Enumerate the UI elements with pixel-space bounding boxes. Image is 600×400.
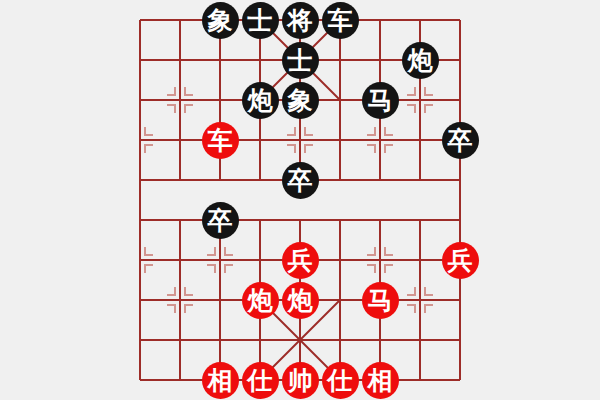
piece-black-general[interactable]: 将 [282, 2, 319, 39]
piece-red-chariot[interactable]: 车 [202, 122, 239, 159]
piece-red-advisor[interactable]: 仕 [242, 362, 279, 399]
piece-black-soldier[interactable]: 卒 [202, 202, 239, 239]
piece-black-cannon[interactable]: 炮 [242, 82, 279, 119]
piece-red-advisor[interactable]: 仕 [322, 362, 359, 399]
piece-red-elephant[interactable]: 相 [202, 362, 239, 399]
piece-red-cannon[interactable]: 炮 [242, 282, 279, 319]
piece-black-soldier[interactable]: 卒 [282, 162, 319, 199]
app-canvas: 象士将车士炮炮象马卒卒卒车兵兵炮炮马相仕帅仕相 [0, 0, 600, 400]
piece-black-horse[interactable]: 马 [362, 82, 399, 119]
piece-red-general[interactable]: 帅 [282, 362, 319, 399]
piece-red-elephant[interactable]: 相 [362, 362, 399, 399]
piece-red-soldier[interactable]: 兵 [282, 242, 319, 279]
piece-black-advisor[interactable]: 士 [282, 42, 319, 79]
piece-red-cannon[interactable]: 炮 [282, 282, 319, 319]
piece-black-soldier[interactable]: 卒 [442, 122, 479, 159]
piece-black-chariot[interactable]: 车 [322, 2, 359, 39]
piece-black-advisor[interactable]: 士 [242, 2, 279, 39]
piece-red-horse[interactable]: 马 [362, 282, 399, 319]
piece-black-cannon[interactable]: 炮 [402, 42, 439, 79]
pieces-layer: 象士将车士炮炮象马卒卒卒车兵兵炮炮马相仕帅仕相 [140, 20, 460, 380]
xiangqi-board[interactable]: 象士将车士炮炮象马卒卒卒车兵兵炮炮马相仕帅仕相 [140, 20, 460, 380]
piece-black-elephant[interactable]: 象 [202, 2, 239, 39]
piece-black-elephant[interactable]: 象 [282, 82, 319, 119]
piece-red-soldier[interactable]: 兵 [442, 242, 479, 279]
